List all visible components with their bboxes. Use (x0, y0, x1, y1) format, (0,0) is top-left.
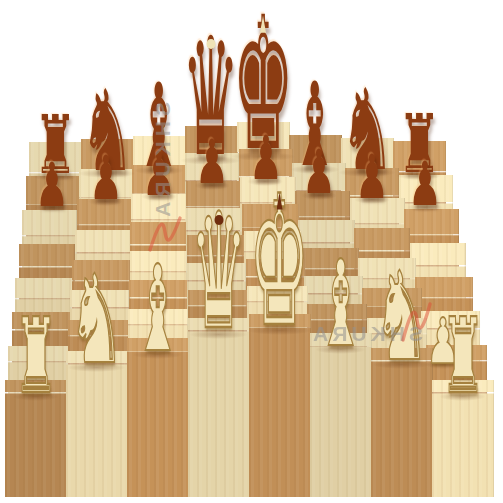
piece-dark-pawn-g7[interactable]: ♟ (351, 157, 393, 201)
piece-light-rook-a1[interactable]: ♜ (7, 322, 65, 398)
pawn-glyph: ♟ (35, 162, 69, 209)
pawn-glyph: ♟ (89, 155, 123, 202)
piece-light-rook-h1[interactable]: ♜ (434, 322, 492, 398)
piece-dark-pawn-h7[interactable]: ♟ (404, 164, 446, 208)
piece-dark-pawn-b7[interactable]: ♟ (85, 158, 127, 202)
piece-light-knight-b1[interactable]: ♞ (62, 280, 132, 369)
watermark-logo-mark (398, 298, 434, 344)
piece-dark-pawn-a7[interactable]: ♟ (31, 165, 73, 209)
rook-glyph: ♜ (440, 317, 484, 398)
rook-glyph: ♜ (13, 317, 57, 398)
bishop-glyph: ♝ (134, 263, 181, 356)
chess-set-scene: ♜♞♝♛♚♝♞♜♟♟♟♟♟♟♟♟♟♜♞♝♛♚♝♞♜ SHKURA SHKURA (0, 0, 503, 503)
king-glyph: ♚ (249, 192, 310, 332)
pawn-glyph: ♟ (408, 161, 442, 208)
queen-finial (207, 39, 216, 49)
watermark-logo-mark (146, 212, 184, 254)
knight-glyph: ♞ (68, 273, 124, 369)
queen-finial (214, 215, 223, 225)
pawn-glyph: ♟ (355, 154, 389, 201)
